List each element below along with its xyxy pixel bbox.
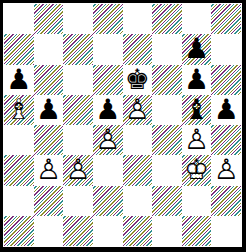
square-c1[interactable]	[63, 216, 93, 246]
square-d3[interactable]	[93, 155, 123, 185]
black-king-icon: ♚	[125, 66, 150, 94]
square-f6[interactable]	[152, 65, 182, 95]
square-f3[interactable]	[152, 155, 182, 185]
white-pawn-icon: ♟♙	[125, 96, 150, 124]
square-h8[interactable]	[211, 4, 241, 34]
square-b7[interactable]	[34, 34, 64, 64]
white-pawn-icon: ♟♙	[184, 126, 209, 154]
square-a8[interactable]	[4, 4, 34, 34]
square-a5[interactable]: ♝♗	[4, 95, 34, 125]
square-e5[interactable]: ♟♙	[123, 95, 153, 125]
square-g7[interactable]: ♟	[182, 34, 212, 64]
white-pawn-icon: ♟♙	[214, 156, 239, 184]
square-f4[interactable]	[152, 125, 182, 155]
square-h4[interactable]	[211, 125, 241, 155]
square-e3[interactable]	[123, 155, 153, 185]
square-d7[interactable]	[93, 34, 123, 64]
square-e2[interactable]	[123, 186, 153, 216]
square-a1[interactable]	[4, 216, 34, 246]
chess-board: ♟♟♚♟♝♗♟♟♟♙♝♟♟♙♟♙♟♙♟♙♚♔♟♙	[4, 4, 241, 246]
square-a7[interactable]	[4, 34, 34, 64]
square-e1[interactable]	[123, 216, 153, 246]
square-c6[interactable]	[63, 65, 93, 95]
square-h6[interactable]	[211, 65, 241, 95]
square-h3[interactable]: ♟♙	[211, 155, 241, 185]
square-g8[interactable]	[182, 4, 212, 34]
black-pawn-icon: ♟	[36, 96, 61, 124]
white-king-icon: ♚♔	[184, 156, 209, 184]
white-pawn-icon: ♟♙	[95, 126, 120, 154]
square-b3[interactable]: ♟♙	[34, 155, 64, 185]
square-c3[interactable]: ♟♙	[63, 155, 93, 185]
square-d5[interactable]: ♟	[93, 95, 123, 125]
square-g3[interactable]: ♚♔	[182, 155, 212, 185]
white-pawn-icon: ♟♙	[36, 156, 61, 184]
white-bishop-icon: ♝♗	[6, 96, 31, 124]
square-b8[interactable]	[34, 4, 64, 34]
square-b4[interactable]	[34, 125, 64, 155]
square-f1[interactable]	[152, 216, 182, 246]
square-e4[interactable]	[123, 125, 153, 155]
square-b5[interactable]: ♟	[34, 95, 64, 125]
square-c4[interactable]	[63, 125, 93, 155]
square-g2[interactable]	[182, 186, 212, 216]
black-pawn-icon: ♟	[95, 96, 120, 124]
square-h5[interactable]: ♟	[211, 95, 241, 125]
square-b2[interactable]	[34, 186, 64, 216]
square-e6[interactable]: ♚	[123, 65, 153, 95]
square-f8[interactable]	[152, 4, 182, 34]
square-d1[interactable]	[93, 216, 123, 246]
square-f5[interactable]	[152, 95, 182, 125]
square-a2[interactable]	[4, 186, 34, 216]
square-d4[interactable]: ♟♙	[93, 125, 123, 155]
black-bishop-icon: ♝	[184, 96, 209, 124]
square-h1[interactable]	[211, 216, 241, 246]
square-b1[interactable]	[34, 216, 64, 246]
square-f7[interactable]	[152, 34, 182, 64]
square-g6[interactable]: ♟	[182, 65, 212, 95]
square-c2[interactable]	[63, 186, 93, 216]
square-a4[interactable]	[4, 125, 34, 155]
chess-board-frame: ♟♟♚♟♝♗♟♟♟♙♝♟♟♙♟♙♟♙♟♙♚♔♟♙	[0, 0, 246, 252]
square-e7[interactable]	[123, 34, 153, 64]
black-pawn-icon: ♟	[214, 96, 239, 124]
square-c7[interactable]	[63, 34, 93, 64]
square-a6[interactable]: ♟	[4, 65, 34, 95]
square-f2[interactable]	[152, 186, 182, 216]
white-pawn-icon: ♟♙	[66, 156, 91, 184]
square-h2[interactable]	[211, 186, 241, 216]
square-d2[interactable]	[93, 186, 123, 216]
square-c5[interactable]	[63, 95, 93, 125]
square-h7[interactable]	[211, 34, 241, 64]
square-d8[interactable]	[93, 4, 123, 34]
square-b6[interactable]	[34, 65, 64, 95]
black-pawn-icon: ♟	[6, 66, 31, 94]
square-g4[interactable]: ♟♙	[182, 125, 212, 155]
square-c8[interactable]	[63, 4, 93, 34]
square-e8[interactable]	[123, 4, 153, 34]
black-pawn-icon: ♟	[184, 66, 209, 94]
square-a3[interactable]	[4, 155, 34, 185]
black-pawn-icon: ♟	[184, 35, 209, 63]
square-d6[interactable]	[93, 65, 123, 95]
square-g1[interactable]	[182, 216, 212, 246]
square-g5[interactable]: ♝	[182, 95, 212, 125]
